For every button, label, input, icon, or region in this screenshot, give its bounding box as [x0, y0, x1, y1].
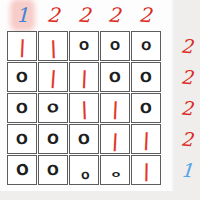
circle-mark-icon: O: [80, 169, 90, 181]
grid-cell[interactable]: O: [69, 31, 99, 61]
right-clues: 22221: [175, 31, 199, 185]
circle-mark-icon: O: [78, 39, 89, 54]
circle-mark-icon: O: [109, 69, 122, 86]
circle-mark-icon: O: [140, 100, 153, 117]
circle-mark-icon: O: [46, 100, 60, 115]
top-clue: 2: [138, 2, 152, 27]
stroke-mark-icon: |: [78, 66, 90, 87]
right-clue: 2: [180, 66, 194, 89]
circle-mark-icon: O: [16, 69, 29, 86]
circle-mark-icon: O: [16, 100, 29, 117]
grid-cell[interactable]: |: [100, 124, 130, 154]
circle-mark-icon: O: [112, 170, 121, 178]
grid-cell[interactable]: O: [131, 31, 161, 61]
right-clue: 2: [180, 127, 194, 150]
right-clue: 2: [180, 35, 194, 58]
top-clues: 12222: [7, 0, 161, 29]
circle-mark-icon: O: [15, 160, 30, 179]
right-clue: 2: [180, 97, 194, 120]
circle-mark-icon: O: [140, 38, 152, 53]
circle-mark-icon: O: [109, 39, 120, 54]
grid-cell[interactable]: O: [69, 124, 99, 154]
grid-cell[interactable]: O: [69, 155, 99, 185]
grid-cell[interactable]: O: [131, 93, 161, 123]
stroke-mark-icon: |: [47, 36, 59, 57]
stroke-mark-icon: |: [109, 97, 121, 118]
right-clue: 1: [180, 158, 194, 181]
grid-cell[interactable]: O: [7, 93, 37, 123]
grid-cell[interactable]: O: [38, 155, 68, 185]
circle-mark-icon: O: [16, 131, 29, 148]
stroke-mark-icon: |: [109, 129, 121, 151]
grid-cell[interactable]: O: [100, 31, 130, 61]
top-clue: 2: [77, 2, 91, 27]
stroke-mark-icon: |: [78, 97, 90, 118]
grid-cell[interactable]: |: [100, 93, 130, 123]
circle-mark-icon: O: [46, 130, 60, 147]
stroke-mark-icon: |: [140, 159, 151, 180]
grid-cell[interactable]: O: [38, 124, 68, 154]
circle-mark-icon: O: [78, 131, 91, 148]
stroke-mark-icon: |: [47, 66, 59, 88]
grid-cell[interactable]: O: [7, 155, 37, 185]
grid-cell[interactable]: |: [38, 62, 68, 92]
circle-mark-icon: O: [47, 162, 60, 179]
circle-mark-icon: O: [140, 69, 153, 86]
stroke-mark-icon: |: [140, 128, 152, 149]
grid-cell[interactable]: O: [100, 62, 130, 92]
top-clue: 2: [46, 2, 60, 27]
top-clue: 2: [108, 2, 122, 27]
puzzle-grid: ||OOOO||OOOO||OOOO||OOOO|: [7, 31, 161, 185]
grid-cell[interactable]: |: [131, 124, 161, 154]
grid-cell[interactable]: O: [38, 93, 68, 123]
top-clue: 1: [14, 3, 31, 27]
grid-cell[interactable]: |: [7, 31, 37, 61]
grid-cell[interactable]: O: [100, 155, 130, 185]
grid-cell[interactable]: O: [7, 124, 37, 154]
grid-cell[interactable]: |: [69, 62, 99, 92]
grid-cell[interactable]: |: [131, 155, 161, 185]
grid-cell[interactable]: |: [38, 31, 68, 61]
grid-cell[interactable]: O: [131, 62, 161, 92]
grid-cell[interactable]: |: [69, 93, 99, 123]
grid-cell[interactable]: O: [7, 62, 37, 92]
stroke-mark-icon: |: [16, 35, 28, 56]
